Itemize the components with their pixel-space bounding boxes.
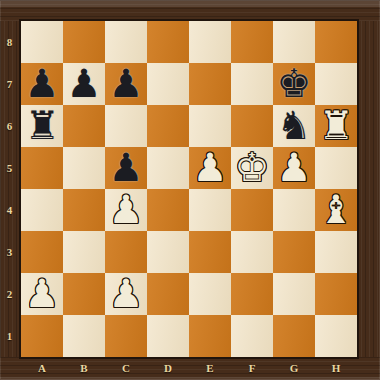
white-pawn-a2[interactable]: ♟ bbox=[25, 273, 60, 315]
square-a7[interactable]: ♟ bbox=[21, 63, 63, 105]
white-king-f5[interactable]: ♚ bbox=[235, 147, 270, 189]
square-e3[interactable] bbox=[189, 231, 231, 273]
square-g2[interactable] bbox=[273, 273, 315, 315]
square-d5[interactable] bbox=[147, 147, 189, 189]
white-pawn-c2[interactable]: ♟ bbox=[109, 273, 144, 315]
square-f4[interactable] bbox=[231, 189, 273, 231]
square-c2[interactable]: ♟ bbox=[105, 273, 147, 315]
square-c7[interactable]: ♟ bbox=[105, 63, 147, 105]
chess-app: 87654321 ABCDEFGH ♟♟♟♚♜♞♜♟♟♚♟♟♝♟♟ bbox=[0, 0, 380, 380]
rank-label-5: 5 bbox=[0, 147, 19, 189]
file-label-g: G bbox=[273, 359, 315, 380]
white-rook-h6[interactable]: ♜ bbox=[319, 105, 354, 147]
square-e7[interactable] bbox=[189, 63, 231, 105]
square-h6[interactable]: ♜ bbox=[315, 105, 357, 147]
square-g1[interactable] bbox=[273, 315, 315, 357]
black-king-g7[interactable]: ♚ bbox=[277, 63, 312, 105]
square-b1[interactable] bbox=[63, 315, 105, 357]
square-b3[interactable] bbox=[63, 231, 105, 273]
square-d1[interactable] bbox=[147, 315, 189, 357]
square-g6[interactable]: ♞ bbox=[273, 105, 315, 147]
square-a1[interactable] bbox=[21, 315, 63, 357]
white-bishop-h4[interactable]: ♝ bbox=[319, 189, 354, 231]
square-c8[interactable] bbox=[105, 21, 147, 63]
square-b4[interactable] bbox=[63, 189, 105, 231]
square-f2[interactable] bbox=[231, 273, 273, 315]
black-pawn-c7[interactable]: ♟ bbox=[109, 63, 144, 105]
square-g7[interactable]: ♚ bbox=[273, 63, 315, 105]
square-a5[interactable] bbox=[21, 147, 63, 189]
file-label-b: B bbox=[63, 359, 105, 380]
square-g4[interactable] bbox=[273, 189, 315, 231]
file-label-d: D bbox=[147, 359, 189, 380]
square-b2[interactable] bbox=[63, 273, 105, 315]
rank-label-8: 8 bbox=[0, 21, 19, 63]
square-c1[interactable] bbox=[105, 315, 147, 357]
square-h7[interactable] bbox=[315, 63, 357, 105]
square-d4[interactable] bbox=[147, 189, 189, 231]
frame-top-edge bbox=[0, 0, 380, 21]
rank-label-4: 4 bbox=[0, 189, 19, 231]
square-g5[interactable]: ♟ bbox=[273, 147, 315, 189]
board-grid: ♟♟♟♚♜♞♜♟♟♚♟♟♝♟♟ bbox=[19, 19, 359, 359]
square-d7[interactable] bbox=[147, 63, 189, 105]
square-h4[interactable]: ♝ bbox=[315, 189, 357, 231]
square-c5[interactable]: ♟ bbox=[105, 147, 147, 189]
black-rook-a6[interactable]: ♜ bbox=[25, 105, 60, 147]
black-knight-g6[interactable]: ♞ bbox=[277, 105, 312, 147]
file-label-e: E bbox=[189, 359, 231, 380]
rank-label-3: 3 bbox=[0, 231, 19, 273]
square-c6[interactable] bbox=[105, 105, 147, 147]
square-c3[interactable] bbox=[105, 231, 147, 273]
square-g8[interactable] bbox=[273, 21, 315, 63]
square-a2[interactable]: ♟ bbox=[21, 273, 63, 315]
white-pawn-e5[interactable]: ♟ bbox=[193, 147, 228, 189]
square-d3[interactable] bbox=[147, 231, 189, 273]
square-f1[interactable] bbox=[231, 315, 273, 357]
square-h3[interactable] bbox=[315, 231, 357, 273]
square-f7[interactable] bbox=[231, 63, 273, 105]
square-a3[interactable] bbox=[21, 231, 63, 273]
rank-label-6: 6 bbox=[0, 105, 19, 147]
file-labels: ABCDEFGH bbox=[21, 359, 357, 380]
square-h2[interactable] bbox=[315, 273, 357, 315]
square-c4[interactable]: ♟ bbox=[105, 189, 147, 231]
square-e2[interactable] bbox=[189, 273, 231, 315]
square-b6[interactable] bbox=[63, 105, 105, 147]
square-a4[interactable] bbox=[21, 189, 63, 231]
chess-board-frame: 87654321 ABCDEFGH ♟♟♟♚♜♞♜♟♟♚♟♟♝♟♟ bbox=[0, 0, 380, 380]
black-pawn-a7[interactable]: ♟ bbox=[25, 63, 60, 105]
file-label-h: H bbox=[315, 359, 357, 380]
square-a6[interactable]: ♜ bbox=[21, 105, 63, 147]
file-label-f: F bbox=[231, 359, 273, 380]
black-pawn-c5[interactable]: ♟ bbox=[109, 147, 144, 189]
square-e5[interactable]: ♟ bbox=[189, 147, 231, 189]
rank-label-1: 1 bbox=[0, 315, 19, 357]
file-label-c: C bbox=[105, 359, 147, 380]
square-e6[interactable] bbox=[189, 105, 231, 147]
square-f6[interactable] bbox=[231, 105, 273, 147]
square-h1[interactable] bbox=[315, 315, 357, 357]
square-a8[interactable] bbox=[21, 21, 63, 63]
square-b7[interactable]: ♟ bbox=[63, 63, 105, 105]
square-b5[interactable] bbox=[63, 147, 105, 189]
rank-label-2: 2 bbox=[0, 273, 19, 315]
square-e4[interactable] bbox=[189, 189, 231, 231]
square-g3[interactable] bbox=[273, 231, 315, 273]
file-label-a: A bbox=[21, 359, 63, 380]
square-d8[interactable] bbox=[147, 21, 189, 63]
square-f3[interactable] bbox=[231, 231, 273, 273]
square-e1[interactable] bbox=[189, 315, 231, 357]
square-f8[interactable] bbox=[231, 21, 273, 63]
square-d2[interactable] bbox=[147, 273, 189, 315]
square-b8[interactable] bbox=[63, 21, 105, 63]
rank-label-7: 7 bbox=[0, 63, 19, 105]
rank-labels: 87654321 bbox=[0, 21, 19, 357]
square-h8[interactable] bbox=[315, 21, 357, 63]
black-pawn-b7[interactable]: ♟ bbox=[67, 63, 102, 105]
white-pawn-g5[interactable]: ♟ bbox=[277, 147, 312, 189]
frame-right-edge bbox=[357, 21, 380, 357]
white-pawn-c4[interactable]: ♟ bbox=[109, 189, 144, 231]
square-h5[interactable] bbox=[315, 147, 357, 189]
square-f5[interactable]: ♚ bbox=[231, 147, 273, 189]
square-d6[interactable] bbox=[147, 105, 189, 147]
square-e8[interactable] bbox=[189, 21, 231, 63]
